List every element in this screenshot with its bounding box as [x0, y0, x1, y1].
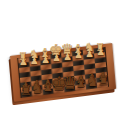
piece-white-pawn[interactable]: ♟	[74, 50, 83, 60]
piece-white-pawn[interactable]: ♟	[52, 53, 61, 63]
piece-black-rook[interactable]: ♜	[97, 74, 109, 87]
piece-white-pawn[interactable]: ♟	[63, 52, 72, 62]
chess-set-photo: ♜♞♝♚♛♝♞♜♟♟♟♟♟♟♟♟♟♟♟♟♟♟♟♟♜♞♝♚♛♝♞♜	[0, 0, 120, 120]
piece-white-pawn[interactable]: ♟	[19, 57, 28, 67]
piece-white-pawn[interactable]: ♟	[41, 55, 50, 65]
piece-white-pawn[interactable]: ♟	[85, 49, 94, 59]
piece-white-pawn[interactable]: ♟	[96, 47, 105, 57]
piece-white-pawn[interactable]: ♟	[30, 56, 39, 66]
